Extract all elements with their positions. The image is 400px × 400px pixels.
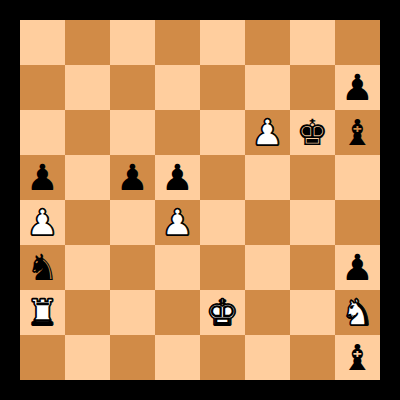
square-a3[interactable]: ♞ xyxy=(20,245,65,290)
square-h6[interactable]: ♝ xyxy=(335,110,380,155)
square-f8[interactable] xyxy=(245,20,290,65)
square-g1[interactable] xyxy=(290,335,335,380)
square-a6[interactable] xyxy=(20,110,65,155)
square-e2[interactable]: ♚ xyxy=(200,290,245,335)
square-f4[interactable] xyxy=(245,200,290,245)
square-a4[interactable]: ♟ xyxy=(20,200,65,245)
piece-black-bishop-h6[interactable]: ♝ xyxy=(341,110,373,155)
square-h7[interactable]: ♟ xyxy=(335,65,380,110)
square-h8[interactable] xyxy=(335,20,380,65)
square-a7[interactable] xyxy=(20,65,65,110)
square-h4[interactable] xyxy=(335,200,380,245)
square-g4[interactable] xyxy=(290,200,335,245)
piece-black-king-g6[interactable]: ♚ xyxy=(296,110,328,155)
square-e1[interactable] xyxy=(200,335,245,380)
square-f3[interactable] xyxy=(245,245,290,290)
piece-white-pawn-d4[interactable]: ♟ xyxy=(161,200,193,245)
square-d8[interactable] xyxy=(155,20,200,65)
square-e5[interactable] xyxy=(200,155,245,200)
piece-white-rook-a2[interactable]: ♜ xyxy=(26,290,58,335)
square-b6[interactable] xyxy=(65,110,110,155)
square-c3[interactable] xyxy=(110,245,155,290)
square-d7[interactable] xyxy=(155,65,200,110)
square-c4[interactable] xyxy=(110,200,155,245)
square-d5[interactable]: ♟ xyxy=(155,155,200,200)
square-f1[interactable] xyxy=(245,335,290,380)
square-e3[interactable] xyxy=(200,245,245,290)
square-f6[interactable]: ♟ xyxy=(245,110,290,155)
square-b3[interactable] xyxy=(65,245,110,290)
square-b2[interactable] xyxy=(65,290,110,335)
square-b7[interactable] xyxy=(65,65,110,110)
square-a1[interactable] xyxy=(20,335,65,380)
square-h3[interactable]: ♟ xyxy=(335,245,380,290)
square-g6[interactable]: ♚ xyxy=(290,110,335,155)
square-h5[interactable] xyxy=(335,155,380,200)
square-g5[interactable] xyxy=(290,155,335,200)
square-g3[interactable] xyxy=(290,245,335,290)
piece-black-pawn-h7[interactable]: ♟ xyxy=(341,65,373,110)
square-e8[interactable] xyxy=(200,20,245,65)
piece-black-bishop-h1[interactable]: ♝ xyxy=(341,335,373,380)
square-f7[interactable] xyxy=(245,65,290,110)
square-d4[interactable]: ♟ xyxy=(155,200,200,245)
piece-black-pawn-d5[interactable]: ♟ xyxy=(161,155,193,200)
square-c1[interactable] xyxy=(110,335,155,380)
chess-board: ♟♟♚♝♟♟♟♟♟♞♟♜♚♞♝ xyxy=(20,20,380,380)
square-c5[interactable]: ♟ xyxy=(110,155,155,200)
square-a8[interactable] xyxy=(20,20,65,65)
piece-black-pawn-c5[interactable]: ♟ xyxy=(116,155,148,200)
square-g8[interactable] xyxy=(290,20,335,65)
piece-white-king-e2[interactable]: ♚ xyxy=(206,290,238,335)
piece-black-pawn-h3[interactable]: ♟ xyxy=(341,245,373,290)
square-h1[interactable]: ♝ xyxy=(335,335,380,380)
piece-black-pawn-a5[interactable]: ♟ xyxy=(26,155,58,200)
piece-white-pawn-f6[interactable]: ♟ xyxy=(251,110,283,155)
square-d1[interactable] xyxy=(155,335,200,380)
square-a5[interactable]: ♟ xyxy=(20,155,65,200)
square-h2[interactable]: ♞ xyxy=(335,290,380,335)
square-a2[interactable]: ♜ xyxy=(20,290,65,335)
square-g2[interactable] xyxy=(290,290,335,335)
square-f2[interactable] xyxy=(245,290,290,335)
square-b5[interactable] xyxy=(65,155,110,200)
square-c7[interactable] xyxy=(110,65,155,110)
square-b8[interactable] xyxy=(65,20,110,65)
square-c8[interactable] xyxy=(110,20,155,65)
square-c6[interactable] xyxy=(110,110,155,155)
board-frame: ♟♟♚♝♟♟♟♟♟♞♟♜♚♞♝ xyxy=(0,0,400,400)
square-d3[interactable] xyxy=(155,245,200,290)
square-d2[interactable] xyxy=(155,290,200,335)
square-e6[interactable] xyxy=(200,110,245,155)
square-c2[interactable] xyxy=(110,290,155,335)
square-e4[interactable] xyxy=(200,200,245,245)
piece-white-knight-h2[interactable]: ♞ xyxy=(341,290,373,335)
square-e7[interactable] xyxy=(200,65,245,110)
square-f5[interactable] xyxy=(245,155,290,200)
square-g7[interactable] xyxy=(290,65,335,110)
piece-white-pawn-a4[interactable]: ♟ xyxy=(26,200,58,245)
piece-black-knight-a3[interactable]: ♞ xyxy=(26,245,58,290)
square-b4[interactable] xyxy=(65,200,110,245)
square-d6[interactable] xyxy=(155,110,200,155)
square-b1[interactable] xyxy=(65,335,110,380)
